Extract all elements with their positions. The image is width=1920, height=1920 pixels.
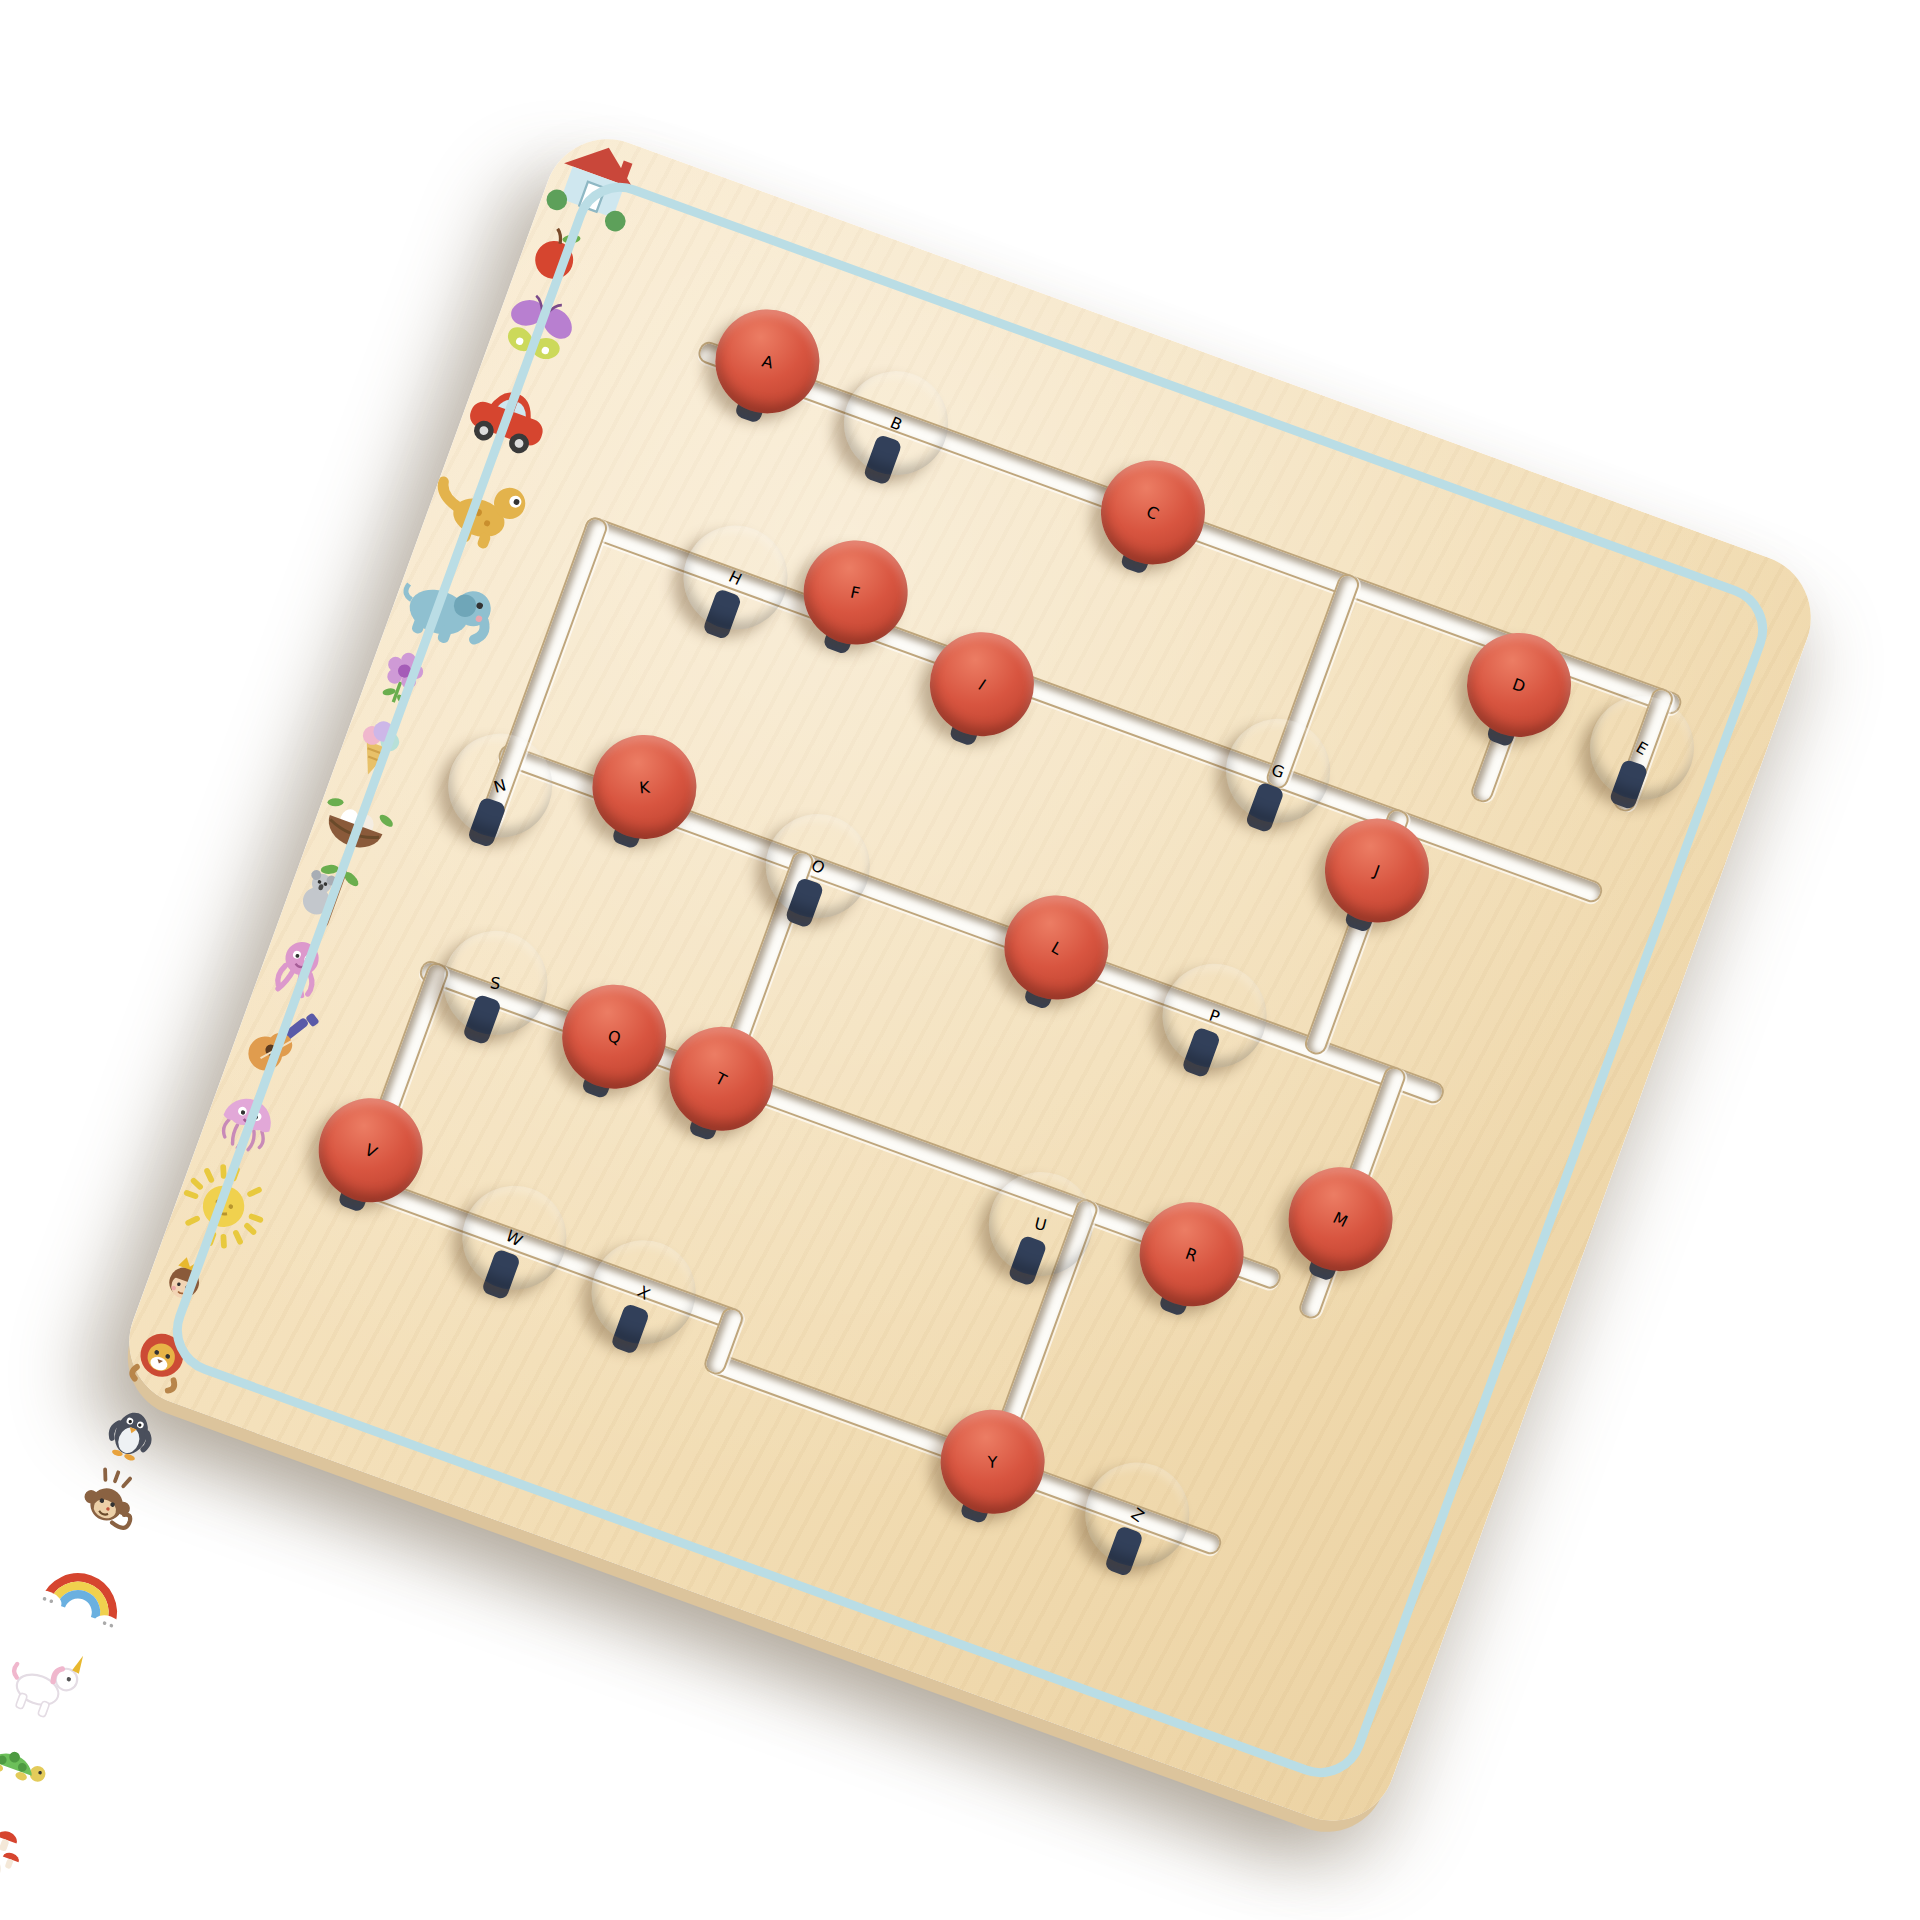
photo-background: HouseAppleButterflyCarDinosaurElephantFl… — [0, 0, 1920, 1920]
knob-letter: O — [807, 855, 828, 878]
knob-letter: B — [887, 412, 905, 434]
knob-letter: Z — [1127, 1504, 1147, 1526]
knob-letter: A — [760, 351, 775, 372]
knob-letter: Y — [987, 1452, 997, 1471]
knob-letter: T — [712, 1068, 730, 1089]
knob-letter: M — [1330, 1208, 1351, 1231]
knob-letter: K — [638, 777, 650, 797]
knob-letter: S — [489, 973, 502, 993]
knob-letter: W — [503, 1226, 526, 1250]
knob-letter: D — [1510, 674, 1528, 696]
knob-letter: U — [1033, 1213, 1049, 1234]
knob-letter: N — [492, 775, 508, 796]
knob-letter: C — [1144, 501, 1163, 523]
knob-letter: G — [1269, 760, 1287, 782]
knob-letter: J — [1371, 861, 1382, 880]
knob-letter: R — [1183, 1243, 1200, 1265]
knob-letter: L — [1048, 937, 1065, 958]
knob-letter: I — [975, 675, 990, 693]
knob-letter: H — [726, 566, 745, 588]
knob-letter: Q — [606, 1026, 622, 1047]
alphabet-maze-board: HouseAppleButterflyCarDinosaurElephantFl… — [111, 121, 1828, 1838]
knob-letter: F — [849, 582, 862, 602]
knob-letter: P — [1207, 1005, 1223, 1026]
knob-letter: X — [634, 1281, 653, 1303]
knob-letter: E — [1633, 737, 1651, 759]
knob-letter: V — [361, 1139, 380, 1161]
